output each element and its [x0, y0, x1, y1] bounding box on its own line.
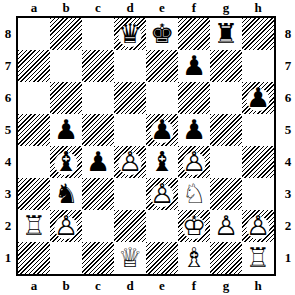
file-label-f: f	[178, 0, 210, 16]
square-f4[interactable]: ♙	[178, 146, 210, 178]
file-labels-top: a b c d e f g h	[18, 0, 274, 16]
square-g4[interactable]	[210, 146, 242, 178]
white-rook-icon[interactable]: ♖	[242, 242, 274, 274]
square-g7[interactable]	[210, 50, 242, 82]
rank-label-2: 2	[280, 210, 295, 242]
black-pawn-icon[interactable]: ♟	[178, 114, 210, 146]
file-label-g: g	[210, 278, 242, 294]
chess-board-frame: ♛ ♚ ♜ ♟ ♟ ♟ ♟ ♟ ♝ ♟ ♙ ♝	[16, 16, 276, 276]
rank-labels-right: 8 7 6 5 4 3 2 1	[280, 18, 295, 274]
square-f6[interactable]	[178, 82, 210, 114]
white-rook-icon[interactable]: ♖	[18, 210, 50, 242]
rank-label-6: 6	[280, 82, 295, 114]
square-a7[interactable]	[18, 50, 50, 82]
square-a2[interactable]: ♖	[18, 210, 50, 242]
white-pawn-icon[interactable]: ♙	[146, 178, 178, 210]
white-knight-icon[interactable]: ♘	[178, 178, 210, 210]
white-pawn-icon[interactable]: ♙	[178, 146, 210, 178]
square-f8[interactable]	[178, 18, 210, 50]
black-king-icon[interactable]: ♚	[146, 18, 178, 50]
square-f1[interactable]: ♗	[178, 242, 210, 274]
black-pawn-icon[interactable]: ♟	[146, 114, 178, 146]
square-c1[interactable]	[82, 242, 114, 274]
black-bishop-icon[interactable]: ♝	[50, 146, 82, 178]
square-c3[interactable]	[82, 178, 114, 210]
square-g5[interactable]	[210, 114, 242, 146]
square-c6[interactable]	[82, 82, 114, 114]
square-b6[interactable]	[50, 82, 82, 114]
rank-label-7: 7	[280, 50, 295, 82]
rank-label-5: 5	[0, 114, 16, 146]
white-bishop-icon[interactable]: ♗	[178, 242, 210, 274]
square-b4[interactable]: ♝	[50, 146, 82, 178]
square-a8[interactable]	[18, 18, 50, 50]
white-pawn-icon[interactable]: ♙	[242, 210, 274, 242]
rank-label-3: 3	[0, 178, 16, 210]
square-g6[interactable]	[210, 82, 242, 114]
square-a1[interactable]	[18, 242, 50, 274]
square-h4[interactable]	[242, 146, 274, 178]
file-label-h: h	[242, 278, 274, 294]
square-h7[interactable]	[242, 50, 274, 82]
rank-label-4: 4	[0, 146, 16, 178]
black-rook-icon[interactable]: ♜	[210, 18, 242, 50]
square-e8[interactable]: ♚	[146, 18, 178, 50]
square-e5[interactable]: ♟	[146, 114, 178, 146]
square-d1[interactable]: ♕	[114, 242, 146, 274]
file-label-b: b	[50, 278, 82, 294]
square-c7[interactable]	[82, 50, 114, 82]
square-g3[interactable]	[210, 178, 242, 210]
file-labels-bottom: a b c d e f g h	[18, 278, 274, 294]
square-e4[interactable]: ♝	[146, 146, 178, 178]
white-king-icon[interactable]: ♔	[178, 210, 210, 242]
square-b2[interactable]: ♙	[50, 210, 82, 242]
file-label-e: e	[146, 278, 178, 294]
square-a4[interactable]	[18, 146, 50, 178]
rank-label-4: 4	[280, 146, 295, 178]
black-knight-icon[interactable]: ♞	[50, 178, 82, 210]
square-h2[interactable]: ♙	[242, 210, 274, 242]
file-label-h: h	[242, 0, 274, 16]
square-e2[interactable]	[146, 210, 178, 242]
square-b3[interactable]: ♞	[50, 178, 82, 210]
rank-label-7: 7	[0, 50, 16, 82]
square-f3[interactable]: ♘	[178, 178, 210, 210]
square-g2[interactable]: ♙	[210, 210, 242, 242]
square-h1[interactable]: ♖	[242, 242, 274, 274]
white-pawn-icon[interactable]: ♙	[50, 210, 82, 242]
rank-labels-left: 8 7 6 5 4 3 2 1	[0, 18, 16, 274]
square-c2[interactable]	[82, 210, 114, 242]
square-d5[interactable]	[114, 114, 146, 146]
square-e7[interactable]	[146, 50, 178, 82]
square-b8[interactable]	[50, 18, 82, 50]
square-d6[interactable]	[114, 82, 146, 114]
square-e6[interactable]	[146, 82, 178, 114]
file-label-e: e	[146, 0, 178, 16]
square-f7[interactable]: ♟	[178, 50, 210, 82]
square-d2[interactable]	[114, 210, 146, 242]
black-bishop-icon[interactable]: ♝	[146, 146, 178, 178]
square-a6[interactable]	[18, 82, 50, 114]
rank-label-8: 8	[280, 18, 295, 50]
file-label-f: f	[178, 278, 210, 294]
file-label-a: a	[18, 0, 50, 16]
rank-label-8: 8	[0, 18, 16, 50]
file-label-a: a	[18, 278, 50, 294]
black-pawn-icon[interactable]: ♟	[178, 50, 210, 82]
white-pawn-icon[interactable]: ♙	[210, 210, 242, 242]
square-f5[interactable]: ♟	[178, 114, 210, 146]
black-pawn-icon[interactable]: ♟	[242, 82, 274, 114]
square-c8[interactable]	[82, 18, 114, 50]
square-d7[interactable]	[114, 50, 146, 82]
white-queen-icon[interactable]: ♕	[114, 242, 146, 274]
black-queen-icon[interactable]: ♛	[114, 18, 146, 50]
rank-label-6: 6	[0, 82, 16, 114]
file-label-c: c	[82, 0, 114, 16]
white-pawn-icon[interactable]: ♙	[114, 146, 146, 178]
square-d4[interactable]: ♙	[114, 146, 146, 178]
black-pawn-icon[interactable]: ♟	[82, 146, 114, 178]
file-label-c: c	[82, 278, 114, 294]
square-h3[interactable]	[242, 178, 274, 210]
square-h6[interactable]: ♟	[242, 82, 274, 114]
square-f2[interactable]: ♔	[178, 210, 210, 242]
square-b5[interactable]: ♟	[50, 114, 82, 146]
square-c4[interactable]: ♟	[82, 146, 114, 178]
square-a3[interactable]	[18, 178, 50, 210]
square-d8[interactable]: ♛	[114, 18, 146, 50]
square-e1[interactable]	[146, 242, 178, 274]
file-label-d: d	[114, 0, 146, 16]
square-a5[interactable]	[18, 114, 50, 146]
square-b1[interactable]	[50, 242, 82, 274]
rank-label-5: 5	[280, 114, 295, 146]
black-pawn-icon[interactable]: ♟	[50, 114, 82, 146]
rank-label-3: 3	[280, 178, 295, 210]
file-label-b: b	[50, 0, 82, 16]
square-c5[interactable]	[82, 114, 114, 146]
square-d3[interactable]	[114, 178, 146, 210]
square-b7[interactable]	[50, 50, 82, 82]
rank-label-2: 2	[0, 210, 16, 242]
square-g8[interactable]: ♜	[210, 18, 242, 50]
rank-label-1: 1	[280, 242, 295, 274]
square-g1[interactable]	[210, 242, 242, 274]
file-label-g: g	[210, 0, 242, 16]
square-h8[interactable]	[242, 18, 274, 50]
chess-board: ♛ ♚ ♜ ♟ ♟ ♟ ♟ ♟ ♝ ♟ ♙ ♝	[18, 18, 274, 274]
square-h5[interactable]	[242, 114, 274, 146]
file-label-d: d	[114, 278, 146, 294]
square-e3[interactable]: ♙	[146, 178, 178, 210]
rank-label-1: 1	[0, 242, 16, 274]
